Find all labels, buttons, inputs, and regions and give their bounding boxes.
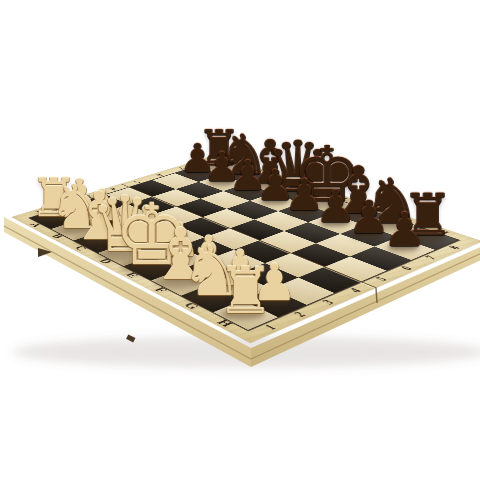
rank-label-3-right: 3 (318, 298, 338, 307)
rank-label-2-left: 2 (59, 202, 71, 207)
rank-label-1-right: 1 (261, 322, 281, 331)
fold-seam-on-side (376, 288, 377, 303)
rank-label-8-left: 8 (197, 160, 209, 164)
rank-label-3-left: 3 (83, 194, 95, 199)
rank-label-5-right: 5 (372, 275, 392, 283)
rank-label-5-left: 5 (131, 180, 143, 184)
rank-label-6-left: 6 (153, 173, 165, 177)
chess-set-photo: AABBCCDDEEFFGGHH1122334455667788 ♜♞♝♛♚♝♞… (0, 0, 480, 480)
rank-label-2-right: 2 (290, 310, 310, 319)
rank-label-7-right: 7 (421, 254, 440, 261)
rank-label-1-left: 1 (33, 209, 45, 214)
file-label-b-near: B (49, 233, 65, 239)
rank-label-6-right: 6 (397, 264, 416, 272)
rank-label-8-right: 8 (445, 244, 464, 251)
rank-label-4-right: 4 (346, 286, 366, 294)
rank-label-7-left: 7 (176, 166, 188, 170)
rank-label-4-left: 4 (107, 187, 119, 192)
